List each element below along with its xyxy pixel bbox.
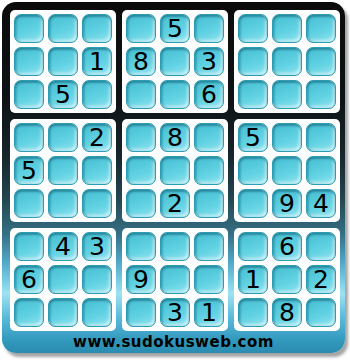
cell-r8c5[interactable] (160, 265, 190, 294)
cell-r3c4[interactable] (126, 80, 156, 109)
cell-r2c8[interactable] (272, 47, 302, 76)
cell-r7c2[interactable]: 4 (48, 232, 78, 261)
cell-r1c7[interactable] (238, 14, 268, 43)
cell-r4c5[interactable]: 8 (160, 123, 190, 152)
cell-r8c6[interactable] (194, 265, 224, 294)
cell-r4c7[interactable]: 5 (238, 123, 268, 152)
cell-r5c2[interactable] (48, 156, 78, 185)
cell-r7c8[interactable]: 6 (272, 232, 302, 261)
cell-r7c3[interactable]: 3 (82, 232, 112, 261)
cell-r6c3[interactable] (82, 189, 112, 218)
box-r1c2: 5836 (122, 10, 228, 113)
cell-r2c4[interactable]: 8 (126, 47, 156, 76)
cell-r5c8[interactable] (272, 156, 302, 185)
cell-r9c8[interactable]: 8 (272, 298, 302, 327)
cell-r8c7[interactable]: 1 (238, 265, 268, 294)
cell-r4c8[interactable] (272, 123, 302, 152)
cell-r1c6[interactable] (194, 14, 224, 43)
cell-r8c1[interactable]: 6 (14, 265, 44, 294)
box-r3c3: 6128 (234, 228, 340, 331)
cell-r2c7[interactable] (238, 47, 268, 76)
cell-r1c4[interactable] (126, 14, 156, 43)
cell-r2c2[interactable] (48, 47, 78, 76)
cell-r3c1[interactable] (14, 80, 44, 109)
cell-r8c8[interactable] (272, 265, 302, 294)
box-r2c3: 594 (234, 119, 340, 222)
cell-r7c4[interactable] (126, 232, 156, 261)
cell-r4c6[interactable] (194, 123, 224, 152)
cell-r7c5[interactable] (160, 232, 190, 261)
cell-r5c7[interactable] (238, 156, 268, 185)
box-r2c2: 82 (122, 119, 228, 222)
cell-r8c2[interactable] (48, 265, 78, 294)
cell-r9c1[interactable] (14, 298, 44, 327)
cell-r1c8[interactable] (272, 14, 302, 43)
cell-r7c6[interactable] (194, 232, 224, 261)
box-r2c1: 25 (10, 119, 116, 222)
cell-r4c2[interactable] (48, 123, 78, 152)
cell-r9c7[interactable] (238, 298, 268, 327)
cell-r3c2[interactable]: 5 (48, 80, 78, 109)
cell-r5c5[interactable] (160, 156, 190, 185)
box-r1c1: 15 (10, 10, 116, 113)
cell-r6c7[interactable] (238, 189, 268, 218)
cell-r4c1[interactable] (14, 123, 44, 152)
cell-r3c5[interactable] (160, 80, 190, 109)
cell-r2c3[interactable]: 1 (82, 47, 112, 76)
cell-r2c1[interactable] (14, 47, 44, 76)
cell-r5c3[interactable] (82, 156, 112, 185)
sudoku-grid: 15583625825944369316128 (10, 10, 340, 331)
cell-r7c1[interactable] (14, 232, 44, 261)
cell-r8c3[interactable] (82, 265, 112, 294)
cell-r4c4[interactable] (126, 123, 156, 152)
cell-r4c3[interactable]: 2 (82, 123, 112, 152)
box-r3c2: 931 (122, 228, 228, 331)
cell-r9c2[interactable] (48, 298, 78, 327)
cell-r1c1[interactable] (14, 14, 44, 43)
cell-r6c6[interactable] (194, 189, 224, 218)
cell-r5c1[interactable]: 5 (14, 156, 44, 185)
cell-r6c5[interactable]: 2 (160, 189, 190, 218)
cell-r3c7[interactable] (238, 80, 268, 109)
cell-r1c9[interactable] (306, 14, 336, 43)
box-r1c3 (234, 10, 340, 113)
cell-r2c6[interactable]: 3 (194, 47, 224, 76)
site-link[interactable]: www.sudokusweb.com (2, 332, 345, 353)
board-frame: 15583625825944369316128 www.sudokusweb.c… (2, 2, 345, 353)
cell-r3c3[interactable] (82, 80, 112, 109)
cell-r2c9[interactable] (306, 47, 336, 76)
cell-r7c7[interactable] (238, 232, 268, 261)
cell-r6c2[interactable] (48, 189, 78, 218)
cell-r1c3[interactable] (82, 14, 112, 43)
cell-r3c8[interactable] (272, 80, 302, 109)
cell-r6c8[interactable]: 9 (272, 189, 302, 218)
cell-r8c9[interactable]: 2 (306, 265, 336, 294)
cell-r5c6[interactable] (194, 156, 224, 185)
cell-r9c5[interactable]: 3 (160, 298, 190, 327)
cell-r3c9[interactable] (306, 80, 336, 109)
cell-r8c4[interactable]: 9 (126, 265, 156, 294)
cell-r9c9[interactable] (306, 298, 336, 327)
cell-r6c9[interactable]: 4 (306, 189, 336, 218)
cell-r7c9[interactable] (306, 232, 336, 261)
cell-r5c4[interactable] (126, 156, 156, 185)
cell-r9c3[interactable] (82, 298, 112, 327)
cell-r1c5[interactable]: 5 (160, 14, 190, 43)
cell-r5c9[interactable] (306, 156, 336, 185)
cell-r3c6[interactable]: 6 (194, 80, 224, 109)
box-r3c1: 436 (10, 228, 116, 331)
cell-r2c5[interactable] (160, 47, 190, 76)
sudoku-page: 15583625825944369316128 www.sudokusweb.c… (0, 0, 350, 360)
cell-r4c9[interactable] (306, 123, 336, 152)
cell-r9c6[interactable]: 1 (194, 298, 224, 327)
cell-r9c4[interactable] (126, 298, 156, 327)
cell-r6c4[interactable] (126, 189, 156, 218)
cell-r6c1[interactable] (14, 189, 44, 218)
cell-r1c2[interactable] (48, 14, 78, 43)
